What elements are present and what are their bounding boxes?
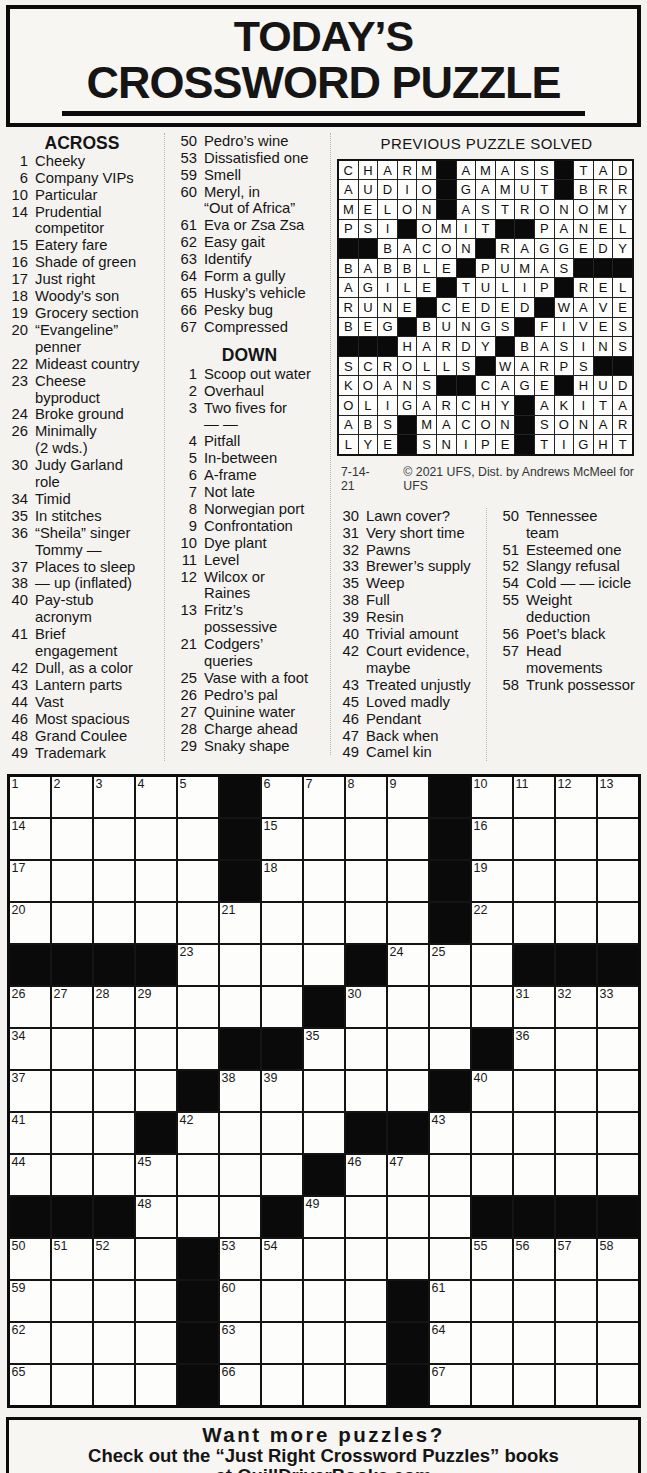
grid-cell-r2c14[interactable] [556,819,596,859]
grid-cell-r2c2[interactable] [52,819,92,859]
grid-cell-black-r4c11 [430,903,470,943]
grid-cell-r6c11[interactable] [430,987,470,1027]
clue-number: 17 [2,271,28,288]
grid-cell-r8c10[interactable] [388,1071,428,1111]
grid-cell-r8c13[interactable] [514,1071,554,1111]
grid-cell-r7c15[interactable] [598,1029,638,1069]
previous-puzzle-header: PREVIOUS PUZZLE SOLVED [337,135,636,152]
down-clue-51: 51Esteemed one [493,542,647,559]
grid-cell-r11c4[interactable]: 48 [136,1197,176,1237]
grid-cell-r15c9[interactable] [346,1365,386,1405]
grid-cell-r14c13[interactable] [514,1323,554,1363]
grid-cell-r5c11[interactable]: 25 [430,945,470,985]
grid-cell-r4c13[interactable] [514,903,554,943]
clue-number: 44 [2,694,28,711]
grid-cell-r7c5[interactable] [178,1029,218,1069]
grid-cell-r7c2[interactable] [52,1029,92,1069]
grid-cell-r11c9[interactable] [346,1197,386,1237]
clue-number: 56 [493,626,519,643]
grid-cell-r10c15[interactable] [598,1155,638,1195]
solved-cell: T [594,396,613,415]
solved-cell-black [555,161,574,180]
grid-cell-r3c5[interactable] [178,861,218,901]
clue-text: Lawn cover? [366,508,486,525]
down-clue-10: 10Dye plant [171,535,328,552]
down-clue-42: 42Court evidence, maybe [333,643,486,677]
clue-text: Smell [204,167,328,184]
solved-cell: I [574,396,593,415]
grid-cell-black-r2c6 [220,819,260,859]
across-clue-62: 62Easy gait [171,234,328,251]
grid-cell-r10c3[interactable] [94,1155,134,1195]
grid-cell-r6c7[interactable] [262,987,302,1027]
grid-cell-r6c9[interactable]: 30 [346,987,386,1027]
grid-cell-r13c3[interactable] [94,1281,134,1321]
grid-cell-r15c12[interactable] [472,1365,512,1405]
down-header: DOWN [171,345,328,365]
grid-cell-r1c15[interactable]: 13 [598,777,638,817]
solved-cell-black [515,318,534,337]
grid-cell-r3c3[interactable] [94,861,134,901]
grid-cell-r2c4[interactable] [136,819,176,859]
across-clues-50-67: 50Pedro’s wine53Dissatisfied one59Smell6… [171,133,328,336]
solved-cell: E [398,298,417,317]
grid-cell-r6c1[interactable]: 26 [10,987,50,1027]
solved-cell: H [476,396,495,415]
grid-cell-r5c7[interactable] [262,945,302,985]
grid-cell-r12c4[interactable] [136,1239,176,1279]
grid-cell-r7c10[interactable] [388,1029,428,1069]
clue-number: 33 [333,558,359,575]
solved-cell: C [359,357,378,376]
grid-cell-r12c1[interactable]: 50 [10,1239,50,1279]
grid-cell-r9c6[interactable] [220,1113,260,1153]
clue-text: A-frame [204,467,328,484]
grid-cell-r12c7[interactable]: 54 [262,1239,302,1279]
solved-cell: R [496,239,515,258]
grid-cell-r12c3[interactable]: 52 [94,1239,134,1279]
cell-number: 21 [222,903,236,917]
across-clue-22: 22Mideast country [2,356,162,373]
grid-cell-r1c13[interactable]: 11 [514,777,554,817]
solved-cell: N [378,298,397,317]
grid-cell-r6c13[interactable]: 31 [514,987,554,1027]
grid-cell-r1c4[interactable]: 4 [136,777,176,817]
grid-cell-r13c14[interactable] [556,1281,596,1321]
cell-number: 41 [12,1113,26,1127]
grid-cell-r7c4[interactable] [136,1029,176,1069]
grid-cell-r4c4[interactable] [136,903,176,943]
grid-cell-r10c5[interactable] [178,1155,218,1195]
solved-cell: H [359,161,378,180]
grid-cell-r8c12[interactable]: 40 [472,1071,512,1111]
grid-cell-r6c5[interactable] [178,987,218,1027]
grid-cell-r10c9[interactable]: 46 [346,1155,386,1195]
grid-cell-r2c10[interactable] [388,819,428,859]
grid-cell-r8c15[interactable] [598,1071,638,1111]
clue-number: 28 [171,721,197,738]
grid-cell-r4c10[interactable] [388,903,428,943]
solved-cell: S [339,357,358,376]
grid-cell-r13c12[interactable] [472,1281,512,1321]
grid-cell-r3c1[interactable]: 17 [10,861,50,901]
clue-text: Minimally (2 wds.) [35,423,162,457]
grid-cell-r7c8[interactable]: 35 [304,1029,344,1069]
grid-cell-r10c12[interactable] [472,1155,512,1195]
clue-text: Eva or Zsa Zsa [204,217,328,234]
solved-cell: I [574,337,593,356]
grid-cell-r2c7[interactable]: 15 [262,819,302,859]
grid-cell-r4c12[interactable]: 22 [472,903,512,943]
grid-cell-r13c11[interactable]: 61 [430,1281,470,1321]
cell-number: 63 [222,1323,236,1337]
clue-number: 55 [493,592,519,609]
grid-cell-r15c2[interactable] [52,1365,92,1405]
grid-cell-r1c12[interactable]: 10 [472,777,512,817]
grid-cell-r6c4[interactable]: 29 [136,987,176,1027]
grid-cell-r12c12[interactable]: 55 [472,1239,512,1279]
grid-cell-r12c13[interactable]: 56 [514,1239,554,1279]
across-clue-42: 42Dull, as a color [2,660,162,677]
grid-cell-r10c14[interactable] [556,1155,596,1195]
solved-cell: B [515,337,534,356]
grid-cell-r5c12[interactable] [472,945,512,985]
cell-number: 5 [180,777,187,791]
down-clue-39: 39Resin [333,609,486,626]
grid-cell-r9c13[interactable] [514,1113,554,1153]
grid-cell-r13c7[interactable] [262,1281,302,1321]
cell-number: 47 [390,1155,404,1169]
grid-cell-r8c4[interactable] [136,1071,176,1111]
grid-cell-r12c15[interactable]: 58 [598,1239,638,1279]
solved-cell-black [476,357,495,376]
grid-cell-r14c12[interactable] [472,1323,512,1363]
grid-cell-r12c9[interactable] [346,1239,386,1279]
grid-cell-r3c13[interactable] [514,861,554,901]
grid-cell-r11c11[interactable] [430,1197,470,1237]
grid-cell-r13c4[interactable] [136,1281,176,1321]
grid-cell-r1c8[interactable]: 7 [304,777,344,817]
grid-cell-r8c8[interactable] [304,1071,344,1111]
cell-number: 66 [222,1365,236,1379]
grid-cell-r4c6[interactable]: 21 [220,903,260,943]
grid-cell-r10c1[interactable]: 44 [10,1155,50,1195]
clue-text: Full [366,592,486,609]
cell-number: 51 [54,1239,68,1253]
grid-cell-r9c14[interactable] [556,1113,596,1153]
grid-cell-r3c9[interactable] [346,861,386,901]
grid-cell-r6c10[interactable] [388,987,428,1027]
grid-cell-r1c3[interactable]: 3 [94,777,134,817]
grid-cell-r11c10[interactable] [388,1197,428,1237]
grid-cell-r12c2[interactable]: 51 [52,1239,92,1279]
grid-cell-r10c7[interactable] [262,1155,302,1195]
clue-text: Broke ground [35,406,162,423]
grid-cell-r5c10[interactable]: 24 [388,945,428,985]
clue-text: Head movements [526,643,647,677]
cell-number: 1 [12,777,19,791]
solved-cell: A [417,396,436,415]
solved-cell: O [359,376,378,395]
down-clues-50-58: 50Tennessee team51Esteemed one52Slangy r… [493,508,647,694]
cell-number: 9 [390,777,397,791]
clue-text: Pendant [366,711,486,728]
grid-cell-r12c6[interactable]: 53 [220,1239,260,1279]
solved-cell: O [476,416,495,435]
grid-cell-r6c3[interactable]: 28 [94,987,134,1027]
solved-cell: I [515,278,534,297]
solved-cell: K [555,396,574,415]
grid-cell-r6c14[interactable]: 32 [556,987,596,1027]
grid-cell-r1c10[interactable]: 9 [388,777,428,817]
grid-cell-r9c5[interactable]: 42 [178,1113,218,1153]
grid-cell-r1c9[interactable]: 8 [346,777,386,817]
solved-cell: N [574,220,593,239]
cell-number: 13 [600,777,614,791]
solved-cell: G [476,318,495,337]
solved-cell: M [496,180,515,199]
clue-text: Pay-stub acronym [35,592,162,626]
grid-cell-r14c1[interactable]: 62 [10,1323,50,1363]
grid-cell-r12c14[interactable]: 57 [556,1239,596,1279]
across-clues-1-49: 1Cheeky6Company VIPs10Particular14Pruden… [2,153,162,762]
grid-cell-r4c14[interactable] [556,903,596,943]
down-clue-3: 3Two fives for — — [171,400,328,434]
grid-cell-r14c15[interactable] [598,1323,638,1363]
clue-number: 57 [493,643,519,660]
down-clues-30-49: 30Lawn cover?31Very short time32Pawns33B… [333,508,486,762]
grid-cell-r8c3[interactable] [94,1071,134,1111]
grid-cell-r12c8[interactable] [304,1239,344,1279]
grid-cell-r14c4[interactable] [136,1323,176,1363]
grid-cell-r9c2[interactable] [52,1113,92,1153]
grid-cell-r8c2[interactable] [52,1071,92,1111]
grid-cell-r12c10[interactable] [388,1239,428,1279]
grid-cell-r3c4[interactable] [136,861,176,901]
grid-cell-r12c11[interactable] [430,1239,470,1279]
solved-cell: E [457,298,476,317]
grid-cell-r3c15[interactable] [598,861,638,901]
grid-cell-r1c14[interactable]: 12 [556,777,596,817]
solved-cell: F [535,318,554,337]
solved-cell: N [417,200,436,219]
grid-cell-r2c8[interactable] [304,819,344,859]
grid-cell-r15c13[interactable] [514,1365,554,1405]
grid-cell-r3c2[interactable] [52,861,92,901]
solved-cell: O [417,180,436,199]
solved-cell: A [574,298,593,317]
grid-cell-r2c5[interactable] [178,819,218,859]
solved-cell: A [515,239,534,258]
grid-cell-r11c5[interactable] [178,1197,218,1237]
solved-cell: R [515,200,534,219]
solved-cell: N [457,239,476,258]
grid-cell-r14c3[interactable] [94,1323,134,1363]
grid-cell-r5c8[interactable] [304,945,344,985]
grid-cell-r3c8[interactable] [304,861,344,901]
grid-cell-r14c9[interactable] [346,1323,386,1363]
grid-cell-r4c8[interactable] [304,903,344,943]
grid-cell-r3c7[interactable]: 18 [262,861,302,901]
cell-number: 52 [96,1239,110,1253]
grid-cell-r1c2[interactable]: 2 [52,777,92,817]
clue-text: Trivial amount [366,626,486,643]
solved-cell: A [613,396,632,415]
grid-cell-r2c12[interactable]: 16 [472,819,512,859]
grid-cell-r14c8[interactable] [304,1323,344,1363]
grid-cell-r10c4[interactable]: 45 [136,1155,176,1195]
clue-text: Back when [366,728,486,745]
grid-cell-r2c9[interactable] [346,819,386,859]
grid-cell-r13c1[interactable]: 59 [10,1281,50,1321]
grid-cell-r7c11[interactable] [430,1029,470,1069]
solved-cell: Y [476,337,495,356]
grid-cell-r10c11[interactable] [430,1155,470,1195]
grid-cell-r15c3[interactable] [94,1365,134,1405]
cell-number: 34 [12,1029,26,1043]
grid-cell-r7c14[interactable] [556,1029,596,1069]
clue-text: Very short time [366,525,486,542]
grid-cell-r14c2[interactable] [52,1323,92,1363]
solved-cell: R [398,161,417,180]
grid-cell-r2c1[interactable]: 14 [10,819,50,859]
grid-cell-r5c5[interactable]: 23 [178,945,218,985]
grid-cell-r10c10[interactable]: 47 [388,1155,428,1195]
clue-number: 38 [333,592,359,609]
solved-cell: N [555,200,574,219]
clue-text: Mideast country [35,356,162,373]
grid-cell-r6c15[interactable]: 33 [598,987,638,1027]
grid-cell-black-r13c5 [178,1281,218,1321]
across-clue-23: 23Cheese byproduct [2,373,162,407]
grid-cell-r9c12[interactable] [472,1113,512,1153]
clue-text: Pesky bug [204,302,328,319]
grid-cell-r8c1[interactable]: 37 [10,1071,50,1111]
grid-cell-r15c7[interactable] [262,1365,302,1405]
cell-number: 46 [348,1155,362,1169]
clue-number: 25 [171,670,197,687]
grid-cell-r8c9[interactable] [346,1071,386,1111]
grid-cell-r13c2[interactable] [52,1281,92,1321]
grid-cell-r2c3[interactable] [94,819,134,859]
grid-cell-r1c1[interactable]: 1 [10,777,50,817]
grid-cell-r1c7[interactable]: 6 [262,777,302,817]
solved-cell: C [457,416,476,435]
grid-cell-r3c12[interactable]: 19 [472,861,512,901]
grid-cell-r15c6[interactable]: 66 [220,1365,260,1405]
grid-cell-r4c2[interactable] [52,903,92,943]
clue-number: 1 [171,366,197,383]
grid-cell-r9c3[interactable] [94,1113,134,1153]
grid-cell-r11c8[interactable]: 49 [304,1197,344,1237]
grid-cell-r11c6[interactable] [220,1197,260,1237]
across-clue-26: 26Minimally (2 wds.) [2,423,162,457]
title-box: TODAY’S CROSSWORD PUZZLE [6,5,641,127]
grid-cell-r8c6[interactable]: 38 [220,1071,260,1111]
crossword-page: TODAY’S CROSSWORD PUZZLE ACROSS 1Cheeky6… [0,0,647,1473]
grid-cell-r13c13[interactable] [514,1281,554,1321]
clue-text: Pedro’s wine [204,133,328,150]
solved-cell: S [613,337,632,356]
grid-cell-black-r1c11 [430,777,470,817]
grid-cell-r3c10[interactable] [388,861,428,901]
grid-cell-r9c11[interactable]: 43 [430,1113,470,1153]
grid-cell-r7c13[interactable]: 36 [514,1029,554,1069]
grid-cell-r6c12[interactable] [472,987,512,1027]
grid-cell-r10c2[interactable] [52,1155,92,1195]
grid-cell-r15c11[interactable]: 67 [430,1365,470,1405]
solved-cell-black [515,435,534,454]
grid-cell-r6c6[interactable] [220,987,260,1027]
grid-cell-r15c14[interactable] [556,1365,596,1405]
grid-cell-r10c13[interactable] [514,1155,554,1195]
solved-cell: H [594,435,613,454]
grid-cell-r9c1[interactable]: 41 [10,1113,50,1153]
grid-cell-r2c15[interactable] [598,819,638,859]
grid-cell-r4c7[interactable] [262,903,302,943]
grid-cell-r1c5[interactable]: 5 [178,777,218,817]
grid-cell-r14c14[interactable] [556,1323,596,1363]
grid-cell-r8c7[interactable]: 39 [262,1071,302,1111]
cell-number: 14 [12,819,26,833]
cell-number: 42 [180,1113,194,1127]
grid-cell-r4c9[interactable] [346,903,386,943]
grid-cell-r4c3[interactable] [94,903,134,943]
grid-cell-r15c15[interactable] [598,1365,638,1405]
grid-cell-r4c15[interactable] [598,903,638,943]
cell-number: 48 [138,1197,152,1211]
grid-cell-r7c1[interactable]: 34 [10,1029,50,1069]
grid-cell-r15c1[interactable]: 65 [10,1365,50,1405]
grid-cell-r13c9[interactable] [346,1281,386,1321]
grid-cell-r5c6[interactable] [220,945,260,985]
grid-cell-r15c8[interactable] [304,1365,344,1405]
grid-cell-r15c4[interactable] [136,1365,176,1405]
grid-cell-r4c5[interactable] [178,903,218,943]
grid-cell-r14c6[interactable]: 63 [220,1323,260,1363]
grid-cell-r10c6[interactable] [220,1155,260,1195]
grid-cell-r7c3[interactable] [94,1029,134,1069]
page-title-line1: TODAY’S [20,14,627,59]
grid-cell-r6c2[interactable]: 27 [52,987,92,1027]
grid-cell-r13c6[interactable]: 60 [220,1281,260,1321]
grid-cell-r14c7[interactable] [262,1323,302,1363]
grid-cell-r13c8[interactable] [304,1281,344,1321]
grid-cell-r4c1[interactable]: 20 [10,903,50,943]
grid-cell-r3c14[interactable] [556,861,596,901]
grid-cell-r14c11[interactable]: 64 [430,1323,470,1363]
grid-cell-r13c15[interactable] [598,1281,638,1321]
grid-cell-r9c8[interactable] [304,1113,344,1153]
cell-number: 65 [12,1365,26,1379]
grid-cell-black-r10c8 [304,1155,344,1195]
clue-number: 7 [171,484,197,501]
grid-cell-r7c9[interactable] [346,1029,386,1069]
grid-cell-r8c14[interactable] [556,1071,596,1111]
solved-cell: G [378,318,397,337]
solved-cell: S [555,337,574,356]
grid-cell-r9c7[interactable] [262,1113,302,1153]
grid-cell-r9c15[interactable] [598,1113,638,1153]
across-header: ACROSS [2,133,162,153]
across-clue-41: 41Brief engagement [2,626,162,660]
solved-cell: Y [613,200,632,219]
down-clue-4: 4Pitfall [171,433,328,450]
grid-cell-r2c13[interactable] [514,819,554,859]
cell-number: 17 [12,861,26,875]
clue-text: Pitfall [204,433,328,450]
solved-cell: S [378,416,397,435]
